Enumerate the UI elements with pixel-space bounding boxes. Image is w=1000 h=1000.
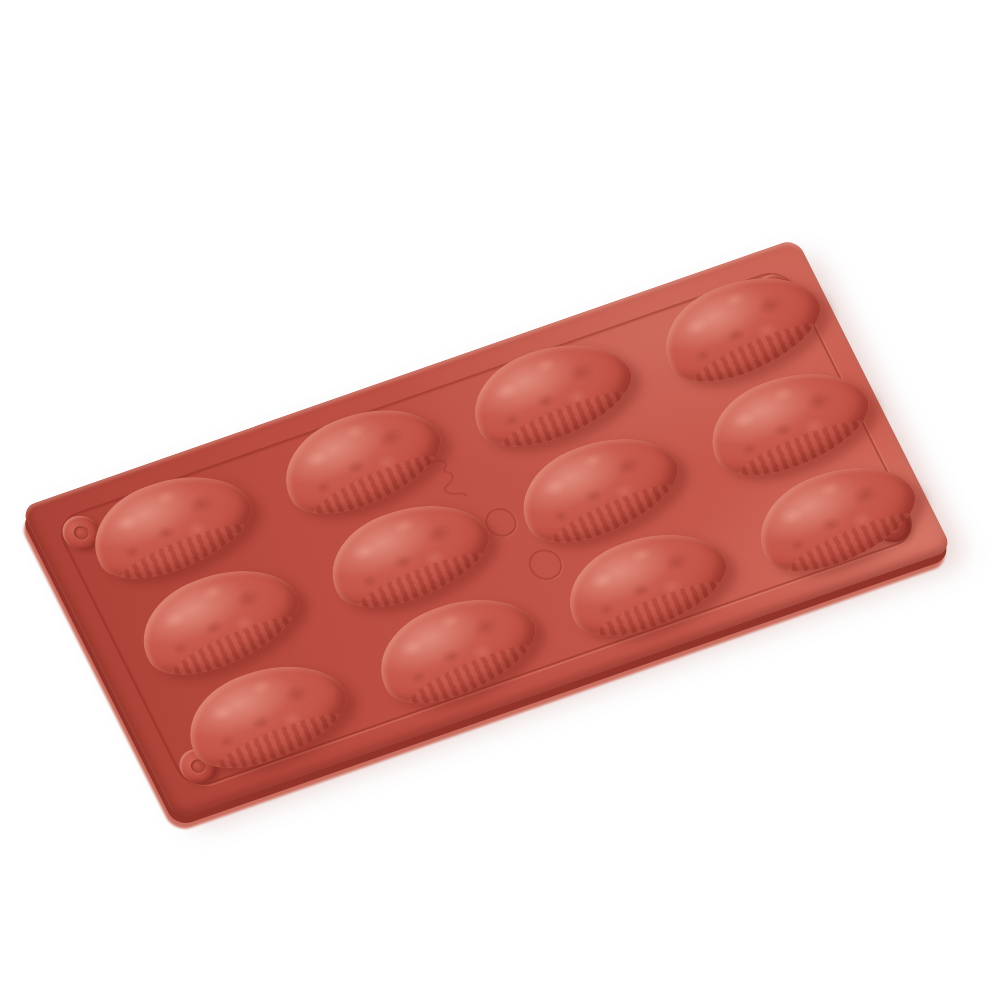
mold-plate xyxy=(20,238,953,820)
photo-background xyxy=(0,0,1000,1000)
